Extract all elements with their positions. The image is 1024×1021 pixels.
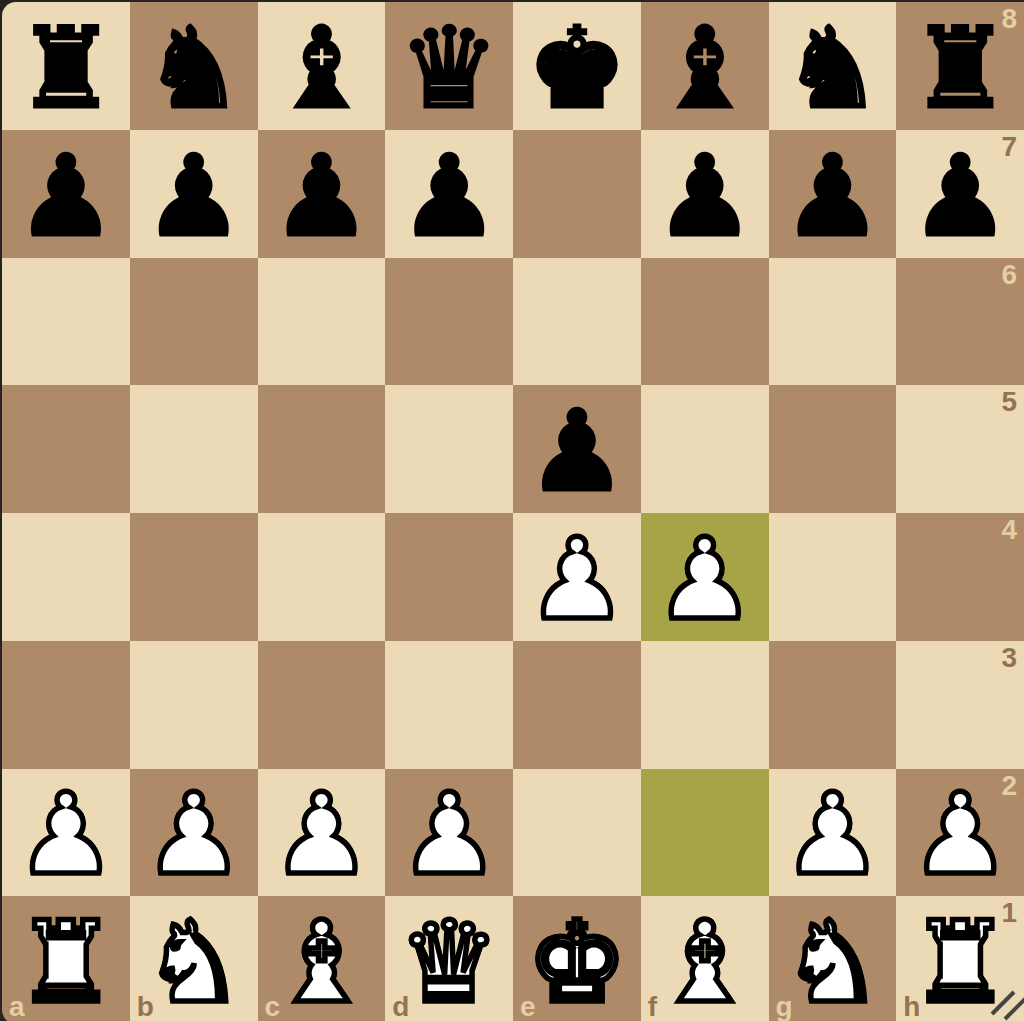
square-g2[interactable]: ♟ <box>769 769 897 897</box>
piece-white-queen[interactable]: ♛ <box>399 906 499 1018</box>
piece-white-bishop[interactable]: ♝ <box>654 906 754 1018</box>
piece-white-pawn[interactable]: ♟ <box>782 778 882 890</box>
square-d6[interactable] <box>385 258 513 386</box>
square-e1[interactable]: ♚e <box>513 896 641 1021</box>
square-a4[interactable] <box>2 513 130 641</box>
square-h2[interactable]: ♟2 <box>896 769 1024 897</box>
piece-black-king[interactable]: ♚ <box>527 12 627 124</box>
piece-black-pawn[interactable]: ♟ <box>782 140 882 252</box>
square-g1[interactable]: ♞g <box>769 896 897 1021</box>
piece-black-pawn[interactable]: ♟ <box>527 395 627 507</box>
square-f6[interactable] <box>641 258 769 386</box>
piece-black-knight[interactable]: ♞ <box>143 12 243 124</box>
file-label-b: b <box>137 993 154 1021</box>
square-g7[interactable]: ♟ <box>769 130 897 258</box>
square-h3[interactable]: 3 <box>896 641 1024 769</box>
square-c8[interactable]: ♝ <box>258 2 386 130</box>
square-e2[interactable] <box>513 769 641 897</box>
square-f5[interactable] <box>641 385 769 513</box>
square-h4[interactable]: 4 <box>896 513 1024 641</box>
piece-white-king[interactable]: ♚ <box>527 906 627 1018</box>
square-h8[interactable]: ♜8 <box>896 2 1024 130</box>
piece-white-pawn[interactable]: ♟ <box>399 778 499 890</box>
rank-label-2: 2 <box>1001 772 1017 800</box>
square-g4[interactable] <box>769 513 897 641</box>
square-b5[interactable] <box>130 385 258 513</box>
piece-black-pawn[interactable]: ♟ <box>654 140 754 252</box>
piece-white-pawn[interactable]: ♟ <box>16 778 116 890</box>
square-b4[interactable] <box>130 513 258 641</box>
square-b7[interactable]: ♟ <box>130 130 258 258</box>
square-e5[interactable]: ♟ <box>513 385 641 513</box>
square-e3[interactable] <box>513 641 641 769</box>
square-b2[interactable]: ♟ <box>130 769 258 897</box>
piece-white-rook[interactable]: ♜ <box>16 906 116 1018</box>
square-b1[interactable]: ♞b <box>130 896 258 1021</box>
square-e8[interactable]: ♚ <box>513 2 641 130</box>
rank-label-3: 3 <box>1001 644 1017 672</box>
square-d2[interactable]: ♟ <box>385 769 513 897</box>
board-resize-handle-icon[interactable] <box>985 979 1024 1021</box>
square-g8[interactable]: ♞ <box>769 2 897 130</box>
chess-board: ♜♞♝♛♚♝♞♜8♟♟♟♟♟♟♟76♟5♟♟43♟♟♟♟♟♟2♜a♞b♝c♛d♚… <box>2 2 1024 1021</box>
piece-white-knight[interactable]: ♞ <box>782 906 882 1018</box>
square-f4[interactable]: ♟ <box>641 513 769 641</box>
piece-black-bishop[interactable]: ♝ <box>654 12 754 124</box>
piece-white-bishop[interactable]: ♝ <box>271 906 371 1018</box>
square-a8[interactable]: ♜ <box>2 2 130 130</box>
square-f1[interactable]: ♝f <box>641 896 769 1021</box>
square-c3[interactable] <box>258 641 386 769</box>
piece-white-knight[interactable]: ♞ <box>143 906 243 1018</box>
square-c5[interactable] <box>258 385 386 513</box>
piece-white-pawn[interactable]: ♟ <box>654 523 754 635</box>
square-d4[interactable] <box>385 513 513 641</box>
piece-black-knight[interactable]: ♞ <box>782 12 882 124</box>
square-d7[interactable]: ♟ <box>385 130 513 258</box>
rank-label-6: 6 <box>1001 261 1017 289</box>
piece-white-pawn[interactable]: ♟ <box>527 523 627 635</box>
square-d3[interactable] <box>385 641 513 769</box>
square-c7[interactable]: ♟ <box>258 130 386 258</box>
square-e4[interactable]: ♟ <box>513 513 641 641</box>
square-b6[interactable] <box>130 258 258 386</box>
square-h7[interactable]: ♟7 <box>896 130 1024 258</box>
square-h6[interactable]: 6 <box>896 258 1024 386</box>
piece-black-pawn[interactable]: ♟ <box>271 140 371 252</box>
square-a5[interactable] <box>2 385 130 513</box>
square-e6[interactable] <box>513 258 641 386</box>
square-c4[interactable] <box>258 513 386 641</box>
square-d8[interactable]: ♛ <box>385 2 513 130</box>
rank-label-7: 7 <box>1001 133 1017 161</box>
piece-white-pawn[interactable]: ♟ <box>271 778 371 890</box>
square-a2[interactable]: ♟ <box>2 769 130 897</box>
piece-black-pawn[interactable]: ♟ <box>143 140 243 252</box>
square-b8[interactable]: ♞ <box>130 2 258 130</box>
piece-white-pawn[interactable]: ♟ <box>143 778 243 890</box>
square-d1[interactable]: ♛d <box>385 896 513 1021</box>
piece-black-pawn[interactable]: ♟ <box>910 140 1010 252</box>
file-label-e: e <box>520 993 536 1021</box>
square-g3[interactable] <box>769 641 897 769</box>
square-a3[interactable] <box>2 641 130 769</box>
square-g5[interactable] <box>769 385 897 513</box>
square-e7[interactable] <box>513 130 641 258</box>
square-c6[interactable] <box>258 258 386 386</box>
square-g6[interactable] <box>769 258 897 386</box>
square-a6[interactable] <box>2 258 130 386</box>
square-h5[interactable]: 5 <box>896 385 1024 513</box>
square-a1[interactable]: ♜a <box>2 896 130 1021</box>
piece-black-pawn[interactable]: ♟ <box>399 140 499 252</box>
file-label-a: a <box>9 993 25 1021</box>
square-a7[interactable]: ♟ <box>2 130 130 258</box>
file-label-g: g <box>776 993 793 1021</box>
square-c2[interactable]: ♟ <box>258 769 386 897</box>
piece-black-rook[interactable]: ♜ <box>910 12 1010 124</box>
piece-black-queen[interactable]: ♛ <box>399 12 499 124</box>
piece-black-bishop[interactable]: ♝ <box>271 12 371 124</box>
file-label-f: f <box>648 993 657 1021</box>
file-label-d: d <box>392 993 409 1021</box>
square-d5[interactable] <box>385 385 513 513</box>
rank-label-8: 8 <box>1001 5 1017 33</box>
square-f3[interactable] <box>641 641 769 769</box>
file-label-h: h <box>903 993 920 1021</box>
rank-label-1: 1 <box>1001 899 1017 927</box>
piece-black-rook[interactable]: ♜ <box>16 12 116 124</box>
square-f2[interactable] <box>641 769 769 897</box>
square-f8[interactable]: ♝ <box>641 2 769 130</box>
rank-label-4: 4 <box>1001 516 1017 544</box>
square-f7[interactable]: ♟ <box>641 130 769 258</box>
rank-label-5: 5 <box>1001 388 1017 416</box>
square-b3[interactable] <box>130 641 258 769</box>
square-c1[interactable]: ♝c <box>258 896 386 1021</box>
piece-white-pawn[interactable]: ♟ <box>910 778 1010 890</box>
piece-black-pawn[interactable]: ♟ <box>16 140 116 252</box>
file-label-c: c <box>265 993 281 1021</box>
